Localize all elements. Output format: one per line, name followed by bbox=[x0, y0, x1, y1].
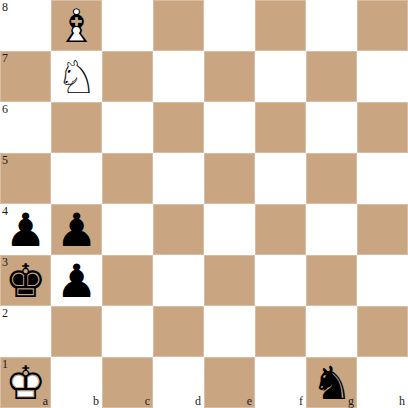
black-pawn-piece[interactable]: ♟ bbox=[51, 204, 102, 255]
square-b3[interactable]: ♟ bbox=[51, 255, 102, 306]
black-pawn-glyph: ♟ bbox=[51, 255, 102, 306]
square-h8[interactable] bbox=[357, 0, 408, 51]
white-king-piece[interactable]: ♚♔ bbox=[0, 357, 51, 408]
square-c5[interactable] bbox=[102, 153, 153, 204]
square-h6[interactable] bbox=[357, 102, 408, 153]
square-g7[interactable] bbox=[306, 51, 357, 102]
black-knight-piece[interactable]: ♞ bbox=[306, 357, 357, 408]
black-pawn-glyph: ♟ bbox=[51, 204, 102, 255]
square-a2[interactable]: 2 bbox=[0, 306, 51, 357]
file-label-f: f bbox=[299, 395, 303, 408]
square-c8[interactable] bbox=[102, 0, 153, 51]
square-h2[interactable] bbox=[357, 306, 408, 357]
square-h7[interactable] bbox=[357, 51, 408, 102]
square-d2[interactable] bbox=[153, 306, 204, 357]
square-e4[interactable] bbox=[204, 204, 255, 255]
square-b2[interactable] bbox=[51, 306, 102, 357]
square-d8[interactable] bbox=[153, 0, 204, 51]
square-a6[interactable]: 6 bbox=[0, 102, 51, 153]
black-king-glyph: ♚ bbox=[0, 255, 51, 306]
black-pawn-glyph: ♟ bbox=[0, 204, 51, 255]
white-knight-glyph: ♘ bbox=[51, 51, 102, 102]
rank-label-2: 2 bbox=[2, 307, 8, 319]
square-f3[interactable] bbox=[255, 255, 306, 306]
square-b5[interactable] bbox=[51, 153, 102, 204]
square-h3[interactable] bbox=[357, 255, 408, 306]
square-a4[interactable]: 4♟ bbox=[0, 204, 51, 255]
square-c1[interactable]: c bbox=[102, 357, 153, 408]
black-pawn-piece[interactable]: ♟ bbox=[51, 255, 102, 306]
rank-label-6: 6 bbox=[2, 103, 8, 115]
square-d7[interactable] bbox=[153, 51, 204, 102]
square-a3[interactable]: 3♚ bbox=[0, 255, 51, 306]
square-f8[interactable] bbox=[255, 0, 306, 51]
square-h5[interactable] bbox=[357, 153, 408, 204]
square-e7[interactable] bbox=[204, 51, 255, 102]
white-king-glyph: ♔ bbox=[0, 357, 51, 408]
square-c2[interactable] bbox=[102, 306, 153, 357]
square-b7[interactable]: ♞♘ bbox=[51, 51, 102, 102]
square-b4[interactable]: ♟ bbox=[51, 204, 102, 255]
rank-label-5: 5 bbox=[2, 154, 8, 166]
square-c4[interactable] bbox=[102, 204, 153, 255]
square-f5[interactable] bbox=[255, 153, 306, 204]
square-a5[interactable]: 5 bbox=[0, 153, 51, 204]
file-label-b: b bbox=[93, 395, 99, 408]
square-d1[interactable]: d bbox=[153, 357, 204, 408]
square-g2[interactable] bbox=[306, 306, 357, 357]
square-b8[interactable]: ♝♗ bbox=[51, 0, 102, 51]
rank-label-8: 8 bbox=[2, 1, 8, 13]
square-b6[interactable] bbox=[51, 102, 102, 153]
square-a8[interactable]: 8 bbox=[0, 0, 51, 51]
square-e6[interactable] bbox=[204, 102, 255, 153]
square-g4[interactable] bbox=[306, 204, 357, 255]
white-knight-piece[interactable]: ♞♘ bbox=[51, 51, 102, 102]
white-bishop-piece[interactable]: ♝♗ bbox=[51, 0, 102, 51]
square-d3[interactable] bbox=[153, 255, 204, 306]
black-pawn-piece[interactable]: ♟ bbox=[0, 204, 51, 255]
square-a7[interactable]: 7 bbox=[0, 51, 51, 102]
square-g1[interactable]: g♞ bbox=[306, 357, 357, 408]
rank-label-7: 7 bbox=[2, 52, 8, 64]
white-bishop-glyph: ♗ bbox=[51, 0, 102, 51]
square-g8[interactable] bbox=[306, 0, 357, 51]
square-f4[interactable] bbox=[255, 204, 306, 255]
square-c3[interactable] bbox=[102, 255, 153, 306]
file-label-e: e bbox=[247, 395, 252, 408]
chess-board: 8♝♗7♞♘654♟♟3♚♟21a♚♔bcdefg♞h bbox=[0, 0, 408, 408]
square-a1[interactable]: 1a♚♔ bbox=[0, 357, 51, 408]
square-e8[interactable] bbox=[204, 0, 255, 51]
black-knight-glyph: ♞ bbox=[306, 357, 357, 408]
file-label-c: c bbox=[145, 395, 150, 408]
square-f7[interactable] bbox=[255, 51, 306, 102]
square-d5[interactable] bbox=[153, 153, 204, 204]
square-h4[interactable] bbox=[357, 204, 408, 255]
square-e2[interactable] bbox=[204, 306, 255, 357]
square-e3[interactable] bbox=[204, 255, 255, 306]
square-f1[interactable]: f bbox=[255, 357, 306, 408]
square-c6[interactable] bbox=[102, 102, 153, 153]
square-d4[interactable] bbox=[153, 204, 204, 255]
square-g6[interactable] bbox=[306, 102, 357, 153]
square-g5[interactable] bbox=[306, 153, 357, 204]
square-d6[interactable] bbox=[153, 102, 204, 153]
square-f6[interactable] bbox=[255, 102, 306, 153]
square-b1[interactable]: b bbox=[51, 357, 102, 408]
square-e1[interactable]: e bbox=[204, 357, 255, 408]
square-h1[interactable]: h bbox=[357, 357, 408, 408]
square-e5[interactable] bbox=[204, 153, 255, 204]
file-label-d: d bbox=[195, 395, 201, 408]
square-g3[interactable] bbox=[306, 255, 357, 306]
square-c7[interactable] bbox=[102, 51, 153, 102]
file-label-h: h bbox=[399, 395, 405, 408]
square-f2[interactable] bbox=[255, 306, 306, 357]
black-king-piece[interactable]: ♚ bbox=[0, 255, 51, 306]
